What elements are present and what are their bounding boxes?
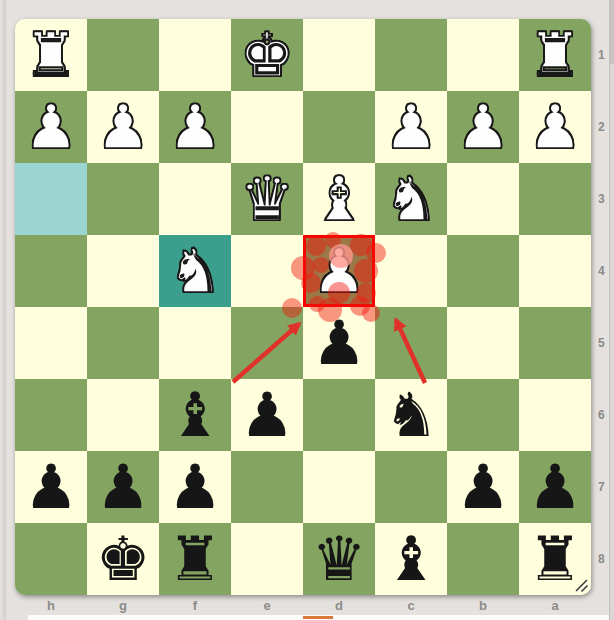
square-g8[interactable]: ♚ (87, 523, 159, 595)
square-h5[interactable] (15, 307, 87, 379)
square-f2[interactable]: ♟ (159, 91, 231, 163)
square-c3[interactable]: ♞ (375, 163, 447, 235)
square-a6[interactable] (519, 379, 591, 451)
square-f8[interactable]: ♜ (159, 523, 231, 595)
square-a2[interactable]: ♟ (519, 91, 591, 163)
square-b7[interactable]: ♟ (447, 451, 519, 523)
black-pawn[interactable]: ♟ (87, 451, 159, 523)
square-a7[interactable]: ♟ (519, 451, 591, 523)
square-f7[interactable]: ♟ (159, 451, 231, 523)
square-d8[interactable]: ♛ (303, 523, 375, 595)
square-e4[interactable] (231, 235, 303, 307)
square-c8[interactable]: ♝ (375, 523, 447, 595)
black-queen[interactable]: ♛ (303, 523, 375, 595)
square-d3[interactable]: ♝ (303, 163, 375, 235)
black-pawn[interactable]: ♟ (447, 451, 519, 523)
square-c1[interactable] (375, 19, 447, 91)
square-b5[interactable] (447, 307, 519, 379)
square-c7[interactable] (375, 451, 447, 523)
square-e1[interactable]: ♚ (231, 19, 303, 91)
square-b3[interactable] (447, 163, 519, 235)
square-a4[interactable] (519, 235, 591, 307)
scrollbar-thumb[interactable] (610, 0, 614, 64)
black-pawn[interactable]: ♟ (231, 379, 303, 451)
file-label-h: h (15, 597, 87, 614)
white-pawn[interactable]: ♟ (375, 91, 447, 163)
black-king[interactable]: ♚ (87, 523, 159, 595)
white-knight[interactable]: ♞ (159, 235, 231, 307)
square-g4[interactable] (87, 235, 159, 307)
square-c5[interactable] (375, 307, 447, 379)
white-pawn[interactable]: ♟ (519, 91, 591, 163)
square-b2[interactable]: ♟ (447, 91, 519, 163)
square-c6[interactable]: ♞ (375, 379, 447, 451)
square-h7[interactable]: ♟ (15, 451, 87, 523)
chess-board: ♜♚♜♟♟♟♟♟♟♛♝♞♞♟♟♝♟♞♟♟♟♟♟♚♜♛♝♜ (15, 19, 591, 595)
square-b6[interactable] (447, 379, 519, 451)
square-c4[interactable] (375, 235, 447, 307)
file-label-f: f (159, 597, 231, 614)
white-rook[interactable]: ♜ (15, 19, 87, 91)
square-d2[interactable] (303, 91, 375, 163)
white-rook[interactable]: ♜ (519, 19, 591, 91)
square-d4[interactable]: ♟ (303, 235, 375, 307)
black-pawn[interactable]: ♟ (303, 307, 375, 379)
square-a5[interactable] (519, 307, 591, 379)
square-f4[interactable]: ♞ (159, 235, 231, 307)
board-resize-handle[interactable] (573, 577, 589, 593)
square-e2[interactable] (231, 91, 303, 163)
square-a1[interactable]: ♜ (519, 19, 591, 91)
square-g5[interactable] (87, 307, 159, 379)
square-c2[interactable]: ♟ (375, 91, 447, 163)
white-pawn[interactable]: ♟ (303, 235, 375, 307)
file-label-b: b (447, 597, 519, 614)
file-label-g: g (87, 597, 159, 614)
square-d7[interactable] (303, 451, 375, 523)
black-pawn[interactable]: ♟ (159, 451, 231, 523)
square-b1[interactable] (447, 19, 519, 91)
white-bishop[interactable]: ♝ (303, 163, 375, 235)
black-knight[interactable]: ♞ (375, 379, 447, 451)
file-label-a: a (519, 597, 591, 614)
white-queen[interactable]: ♛ (231, 163, 303, 235)
orange-accent-bar (303, 616, 333, 619)
square-h8[interactable] (15, 523, 87, 595)
square-g6[interactable] (87, 379, 159, 451)
square-f1[interactable] (159, 19, 231, 91)
square-b8[interactable] (447, 523, 519, 595)
page-content-strip (28, 615, 614, 620)
square-e8[interactable] (231, 523, 303, 595)
square-d5[interactable]: ♟ (303, 307, 375, 379)
board-squares: ♜♚♜♟♟♟♟♟♟♛♝♞♞♟♟♝♟♞♟♟♟♟♟♚♜♛♝♜ (15, 19, 591, 595)
square-e7[interactable] (231, 451, 303, 523)
file-labels: hgfedcba (15, 597, 591, 614)
white-pawn[interactable]: ♟ (447, 91, 519, 163)
black-bishop[interactable]: ♝ (159, 379, 231, 451)
black-rook[interactable]: ♜ (159, 523, 231, 595)
square-f3[interactable] (159, 163, 231, 235)
square-b4[interactable] (447, 235, 519, 307)
square-h3[interactable] (15, 163, 87, 235)
square-g2[interactable]: ♟ (87, 91, 159, 163)
black-pawn[interactable]: ♟ (15, 451, 87, 523)
square-g3[interactable] (87, 163, 159, 235)
scrollbar-track[interactable] (609, 0, 614, 620)
square-e6[interactable]: ♟ (231, 379, 303, 451)
file-label-e: e (231, 597, 303, 614)
square-f5[interactable] (159, 307, 231, 379)
square-d6[interactable] (303, 379, 375, 451)
square-h6[interactable] (15, 379, 87, 451)
white-knight[interactable]: ♞ (375, 163, 447, 235)
black-bishop[interactable]: ♝ (375, 523, 447, 595)
white-pawn[interactable]: ♟ (87, 91, 159, 163)
white-king[interactable]: ♚ (231, 19, 303, 91)
square-f6[interactable]: ♝ (159, 379, 231, 451)
white-pawn[interactable]: ♟ (159, 91, 231, 163)
square-g1[interactable] (87, 19, 159, 91)
window-left-edge (0, 0, 6, 620)
white-pawn[interactable]: ♟ (15, 91, 87, 163)
square-h1[interactable]: ♜ (15, 19, 87, 91)
square-h2[interactable]: ♟ (15, 91, 87, 163)
black-pawn[interactable]: ♟ (519, 451, 591, 523)
file-label-d: d (303, 597, 375, 614)
square-h4[interactable] (15, 235, 87, 307)
file-label-c: c (375, 597, 447, 614)
square-e5[interactable] (231, 307, 303, 379)
square-e3[interactable]: ♛ (231, 163, 303, 235)
square-a3[interactable] (519, 163, 591, 235)
page: ♜♚♜♟♟♟♟♟♟♛♝♞♞♟♟♝♟♞♟♟♟♟♟♚♜♛♝♜ hgfedcba 12… (0, 0, 614, 620)
square-d1[interactable] (303, 19, 375, 91)
square-g7[interactable]: ♟ (87, 451, 159, 523)
